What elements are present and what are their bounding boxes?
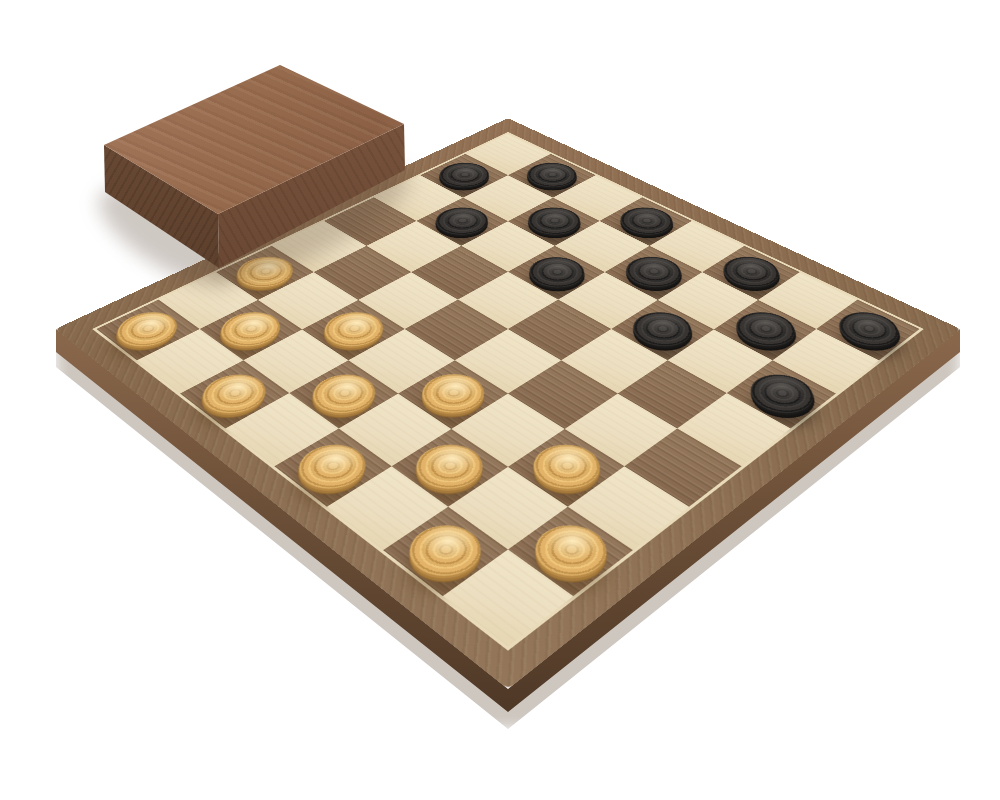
- storage-box: [98, 58, 410, 274]
- product-photo-scene: [0, 0, 1000, 800]
